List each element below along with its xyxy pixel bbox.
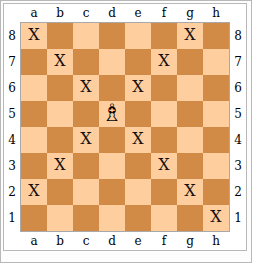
rank-label-6-right: 6 (230, 75, 246, 101)
square-a8[interactable]: X (21, 23, 47, 49)
file-label-d-top: d (99, 4, 125, 22)
square-h8[interactable] (203, 23, 229, 49)
white-bishop-piece: ♗ (101, 101, 123, 125)
square-h2[interactable] (203, 179, 229, 205)
square-e4[interactable]: X (125, 127, 151, 153)
move-marker-icon: X (184, 27, 195, 43)
square-c7[interactable] (73, 49, 99, 75)
square-g6[interactable] (177, 75, 203, 101)
move-marker-icon: X (28, 27, 39, 43)
move-marker-icon: X (210, 209, 221, 225)
square-d4[interactable] (99, 127, 125, 153)
square-d3[interactable] (99, 153, 125, 179)
rank-label-5-left: 5 (4, 101, 20, 127)
file-label-a-bottom: a (21, 232, 47, 250)
square-c6[interactable]: X (73, 75, 99, 101)
rank-label-8-left: 8 (4, 23, 20, 49)
square-g7[interactable] (177, 49, 203, 75)
square-a5[interactable] (21, 101, 47, 127)
square-b7[interactable]: X (47, 49, 73, 75)
square-e2[interactable] (125, 179, 151, 205)
square-g3[interactable] (177, 153, 203, 179)
square-f3[interactable]: X (151, 153, 177, 179)
rank-label-1-left: 1 (4, 205, 20, 231)
square-d7[interactable] (99, 49, 125, 75)
square-g2[interactable]: X (177, 179, 203, 205)
file-label-b-top: b (47, 4, 73, 22)
file-label-f-top: f (151, 4, 177, 22)
move-marker-icon: X (80, 131, 91, 147)
file-label-c-bottom: c (73, 232, 99, 250)
square-e8[interactable] (125, 23, 151, 49)
rank-label-3-left: 3 (4, 153, 20, 179)
square-c4[interactable]: X (73, 127, 99, 153)
file-label-c-top: c (73, 4, 99, 22)
square-b1[interactable] (47, 205, 73, 231)
square-e1[interactable] (125, 205, 151, 231)
file-label-a-top: a (21, 4, 47, 22)
square-g4[interactable] (177, 127, 203, 153)
file-label-b-bottom: b (47, 232, 73, 250)
file-label-g-top: g (177, 4, 203, 22)
rank-label-8-right: 8 (230, 23, 246, 49)
board-middle-section: 87654321 XXXXXX♗XXXXXXX 87654321 (4, 22, 246, 232)
corner-spacer (4, 4, 21, 22)
square-a4[interactable] (21, 127, 47, 153)
move-marker-icon: X (184, 183, 195, 199)
square-d2[interactable] (99, 179, 125, 205)
square-e3[interactable] (125, 153, 151, 179)
square-c2[interactable] (73, 179, 99, 205)
file-label-e-top: e (125, 4, 151, 22)
file-label-f-bottom: f (151, 232, 177, 250)
square-f7[interactable]: X (151, 49, 177, 75)
square-h1[interactable]: X (203, 205, 229, 231)
square-h5[interactable] (203, 101, 229, 127)
square-f8[interactable] (151, 23, 177, 49)
rank-labels-right: 87654321 (230, 22, 246, 232)
file-labels-bottom: abcdefgh (4, 232, 246, 250)
square-b4[interactable] (47, 127, 73, 153)
file-label-d-bottom: d (99, 232, 125, 250)
file-label-g-bottom: g (177, 232, 203, 250)
rank-label-4-left: 4 (4, 127, 20, 153)
square-f2[interactable] (151, 179, 177, 205)
square-f1[interactable] (151, 205, 177, 231)
square-e7[interactable] (125, 49, 151, 75)
square-g8[interactable]: X (177, 23, 203, 49)
square-d1[interactable] (99, 205, 125, 231)
square-a2[interactable]: X (21, 179, 47, 205)
square-h7[interactable] (203, 49, 229, 75)
square-a1[interactable] (21, 205, 47, 231)
rank-label-7-left: 7 (4, 49, 20, 75)
square-a7[interactable] (21, 49, 47, 75)
square-a6[interactable] (21, 75, 47, 101)
square-c1[interactable] (73, 205, 99, 231)
square-h3[interactable] (203, 153, 229, 179)
square-d5[interactable]: ♗ (99, 101, 125, 127)
square-g5[interactable] (177, 101, 203, 127)
rank-label-3-right: 3 (230, 153, 246, 179)
square-b2[interactable] (47, 179, 73, 205)
square-f4[interactable] (151, 127, 177, 153)
chess-board: XXXXXX♗XXXXXXX (20, 22, 230, 232)
square-d8[interactable] (99, 23, 125, 49)
square-b6[interactable] (47, 75, 73, 101)
square-e6[interactable]: X (125, 75, 151, 101)
file-label-h-top: h (203, 4, 229, 22)
square-e5[interactable] (125, 101, 151, 127)
corner-spacer (229, 232, 246, 250)
square-f6[interactable] (151, 75, 177, 101)
square-b3[interactable]: X (47, 153, 73, 179)
file-label-e-bottom: e (125, 232, 151, 250)
rank-label-4-right: 4 (230, 127, 246, 153)
chess-diagram: abcdefgh 87654321 XXXXXX♗XXXXXXX 8765432… (3, 3, 247, 251)
move-marker-icon: X (28, 183, 39, 199)
corner-spacer (229, 4, 246, 22)
square-b5[interactable] (47, 101, 73, 127)
move-marker-icon: X (80, 79, 91, 95)
corner-spacer (4, 232, 21, 250)
square-h6[interactable] (203, 75, 229, 101)
chess-diagram-window: abcdefgh 87654321 XXXXXX♗XXXXXXX 8765432… (0, 0, 252, 263)
move-marker-icon: X (158, 157, 169, 173)
rank-labels-left: 87654321 (4, 22, 20, 232)
square-g1[interactable] (177, 205, 203, 231)
rank-label-5-right: 5 (230, 101, 246, 127)
move-marker-icon: X (54, 53, 65, 69)
rank-label-2-right: 2 (230, 179, 246, 205)
rank-label-2-left: 2 (4, 179, 20, 205)
square-h4[interactable] (203, 127, 229, 153)
move-marker-icon: X (132, 131, 143, 147)
square-a3[interactable] (21, 153, 47, 179)
rank-label-1-right: 1 (230, 205, 246, 231)
square-c5[interactable] (73, 101, 99, 127)
square-b8[interactable] (47, 23, 73, 49)
file-labels-top: abcdefgh (4, 4, 246, 22)
square-c8[interactable] (73, 23, 99, 49)
rank-label-6-left: 6 (4, 75, 20, 101)
square-c3[interactable] (73, 153, 99, 179)
file-label-h-bottom: h (203, 232, 229, 250)
move-marker-icon: X (54, 157, 65, 173)
rank-label-7-right: 7 (230, 49, 246, 75)
square-d6[interactable] (99, 75, 125, 101)
move-marker-icon: X (158, 53, 169, 69)
move-marker-icon: X (132, 79, 143, 95)
square-f5[interactable] (151, 101, 177, 127)
